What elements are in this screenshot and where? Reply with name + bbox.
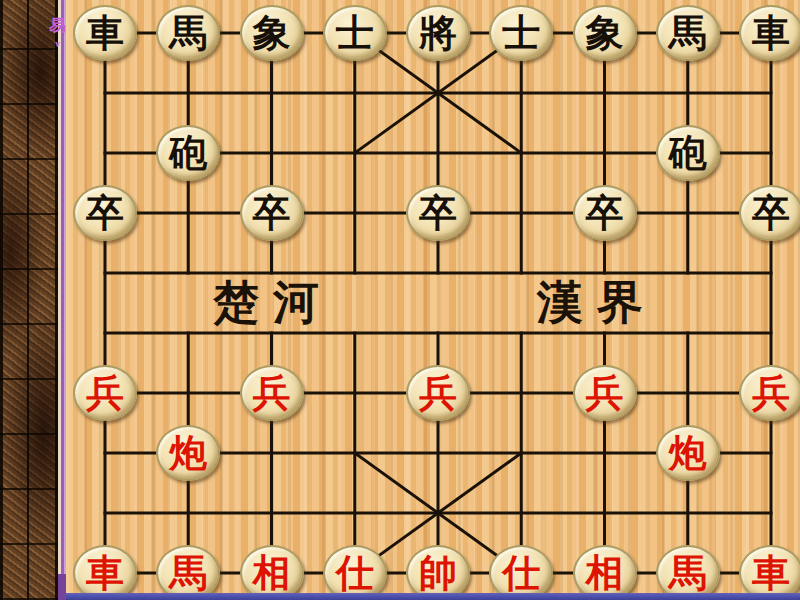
piece-glyph: 車	[86, 554, 124, 592]
piece-black-horse[interactable]: 馬	[156, 5, 220, 61]
piece-glyph: 車	[752, 554, 790, 592]
river-label-chu-he: 楚河	[188, 276, 358, 330]
piece-black-cannon[interactable]: 砲	[656, 125, 720, 181]
piece-red-advisor[interactable]: 仕	[323, 545, 387, 600]
piece-glyph: 兵	[419, 374, 457, 412]
piece-glyph: 相	[253, 554, 291, 592]
piece-glyph: 兵	[586, 374, 624, 412]
piece-red-soldier[interactable]: 兵	[240, 365, 304, 421]
piece-glyph: 兵	[253, 374, 291, 412]
river-label-han-jie: 漢界	[512, 276, 682, 330]
left-texture-panel	[0, 0, 58, 600]
piece-black-advisor[interactable]: 士	[489, 5, 553, 61]
piece-glyph: 卒	[253, 194, 291, 232]
piece-glyph: 卒	[86, 194, 124, 232]
piece-red-cannon[interactable]: 炮	[656, 425, 720, 481]
bottom-status-strip	[66, 593, 800, 600]
piece-black-elephant[interactable]: 象	[573, 5, 637, 61]
piece-glyph: 帥	[419, 554, 457, 592]
piece-glyph: 炮	[669, 434, 707, 472]
piece-red-elephant[interactable]: 相	[240, 545, 304, 600]
piece-black-soldier[interactable]: 卒	[240, 185, 304, 241]
watermark-sub-character: v	[55, 39, 60, 49]
piece-black-chariot[interactable]: 車	[73, 5, 137, 61]
piece-glyph: 卒	[419, 194, 457, 232]
piece-glyph: 卒	[586, 194, 624, 232]
piece-glyph: 兵	[86, 374, 124, 412]
piece-black-chariot[interactable]: 車	[739, 5, 800, 61]
piece-black-cannon[interactable]: 砲	[156, 125, 220, 181]
piece-red-advisor[interactable]: 仕	[489, 545, 553, 600]
piece-black-soldier[interactable]: 卒	[739, 185, 800, 241]
window-edge-strip-bottom	[58, 574, 66, 600]
piece-glyph: 仕	[336, 554, 374, 592]
piece-red-chariot[interactable]: 車	[73, 545, 137, 600]
piece-glyph: 車	[86, 14, 124, 52]
piece-glyph: 砲	[169, 134, 207, 172]
piece-glyph: 馬	[669, 554, 707, 592]
piece-red-soldier[interactable]: 兵	[406, 365, 470, 421]
piece-glyph: 兵	[752, 374, 790, 412]
piece-glyph: 馬	[169, 554, 207, 592]
piece-black-elephant[interactable]: 象	[240, 5, 304, 61]
piece-glyph: 象	[253, 14, 291, 52]
piece-black-soldier[interactable]: 卒	[406, 185, 470, 241]
piece-red-horse[interactable]: 馬	[656, 545, 720, 600]
watermark-character: 易	[49, 12, 66, 39]
piece-red-elephant[interactable]: 相	[573, 545, 637, 600]
piece-red-general[interactable]: 帥	[406, 545, 470, 600]
piece-black-horse[interactable]: 馬	[656, 5, 720, 61]
piece-glyph: 象	[586, 14, 624, 52]
piece-red-soldier[interactable]: 兵	[739, 365, 800, 421]
piece-glyph: 卒	[752, 194, 790, 232]
piece-glyph: 車	[752, 14, 790, 52]
piece-glyph: 士	[336, 14, 374, 52]
watermark-text: 易 v	[49, 12, 66, 49]
piece-glyph: 砲	[669, 134, 707, 172]
piece-black-advisor[interactable]: 士	[323, 5, 387, 61]
piece-glyph: 將	[419, 14, 457, 52]
piece-glyph: 士	[502, 14, 540, 52]
piece-glyph: 炮	[169, 434, 207, 472]
piece-red-horse[interactable]: 馬	[156, 545, 220, 600]
piece-black-general[interactable]: 將	[406, 5, 470, 61]
piece-red-chariot[interactable]: 車	[739, 545, 800, 600]
piece-black-soldier[interactable]: 卒	[573, 185, 637, 241]
piece-glyph: 馬	[669, 14, 707, 52]
piece-glyph: 馬	[169, 14, 207, 52]
piece-red-cannon[interactable]: 炮	[156, 425, 220, 481]
board-grid-lines	[66, 0, 800, 600]
xiangqi-app-window: 易 v 楚河 漢界 車馬象士將士象馬車砲砲卒卒卒卒卒兵兵兵兵兵炮炮車馬相仕帥仕相…	[0, 0, 800, 600]
window-edge-strip	[58, 0, 66, 600]
piece-glyph: 仕	[502, 554, 540, 592]
piece-red-soldier[interactable]: 兵	[573, 365, 637, 421]
piece-red-soldier[interactable]: 兵	[73, 365, 137, 421]
piece-glyph: 相	[586, 554, 624, 592]
piece-black-soldier[interactable]: 卒	[73, 185, 137, 241]
xiangqi-board[interactable]: 楚河 漢界 車馬象士將士象馬車砲砲卒卒卒卒卒兵兵兵兵兵炮炮車馬相仕帥仕相馬車	[66, 0, 800, 600]
